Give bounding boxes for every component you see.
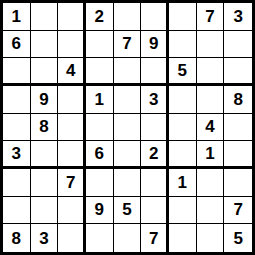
cell-r3c5[interactable] xyxy=(114,58,142,86)
cell-r8c2[interactable] xyxy=(31,197,59,225)
cell-r4c4[interactable]: 1 xyxy=(86,86,114,114)
cell-r2c4[interactable] xyxy=(86,31,114,59)
cell-r7c3[interactable]: 7 xyxy=(58,169,86,197)
cell-r4c6[interactable]: 3 xyxy=(141,86,169,114)
cell-r2c7[interactable] xyxy=(169,31,197,59)
cell-r5c7[interactable] xyxy=(169,114,197,142)
cell-r3c9[interactable] xyxy=(224,58,252,86)
cell-r8c5[interactable]: 5 xyxy=(114,197,142,225)
cell-r9c2[interactable]: 3 xyxy=(31,224,59,252)
cell-r4c3[interactable] xyxy=(58,86,86,114)
cell-r4c5[interactable] xyxy=(114,86,142,114)
cell-r7c6[interactable] xyxy=(141,169,169,197)
cell-r5c9[interactable] xyxy=(224,114,252,142)
cell-r6c4[interactable]: 6 xyxy=(86,141,114,169)
cell-r4c9[interactable]: 8 xyxy=(224,86,252,114)
cell-r9c1[interactable]: 8 xyxy=(3,224,31,252)
cell-r9c6[interactable]: 7 xyxy=(141,224,169,252)
cell-r8c3[interactable] xyxy=(58,197,86,225)
cell-r1c5[interactable] xyxy=(114,3,142,31)
cell-r7c9[interactable] xyxy=(224,169,252,197)
cell-r1c4[interactable]: 2 xyxy=(86,3,114,31)
cell-r4c2[interactable]: 9 xyxy=(31,86,59,114)
cell-r3c6[interactable] xyxy=(141,58,169,86)
cell-r9c9[interactable]: 5 xyxy=(224,224,252,252)
cell-r8c6[interactable] xyxy=(141,197,169,225)
cell-r1c2[interactable] xyxy=(31,3,59,31)
cell-r9c8[interactable] xyxy=(197,224,225,252)
cell-r8c9[interactable]: 7 xyxy=(224,197,252,225)
cell-r6c8[interactable]: 1 xyxy=(197,141,225,169)
cell-r3c2[interactable] xyxy=(31,58,59,86)
cell-r2c3[interactable] xyxy=(58,31,86,59)
cell-r1c3[interactable] xyxy=(58,3,86,31)
cell-r3c3[interactable]: 4 xyxy=(58,58,86,86)
cell-r7c5[interactable] xyxy=(114,169,142,197)
cell-r7c7[interactable]: 1 xyxy=(169,169,197,197)
cell-r5c3[interactable] xyxy=(58,114,86,142)
cell-r8c1[interactable] xyxy=(3,197,31,225)
cell-r8c8[interactable] xyxy=(197,197,225,225)
cell-r5c6[interactable] xyxy=(141,114,169,142)
cell-r2c8[interactable] xyxy=(197,31,225,59)
cell-r5c4[interactable] xyxy=(86,114,114,142)
cell-r8c7[interactable] xyxy=(169,197,197,225)
cell-r7c1[interactable] xyxy=(3,169,31,197)
cell-r9c5[interactable] xyxy=(114,224,142,252)
sudoku-board: 1273679459138843621719578375 xyxy=(0,0,255,255)
cell-r4c1[interactable] xyxy=(3,86,31,114)
cell-r3c7[interactable]: 5 xyxy=(169,58,197,86)
cell-r1c8[interactable]: 7 xyxy=(197,3,225,31)
cell-r9c3[interactable] xyxy=(58,224,86,252)
cell-r2c1[interactable]: 6 xyxy=(3,31,31,59)
cell-r3c8[interactable] xyxy=(197,58,225,86)
cell-r2c9[interactable] xyxy=(224,31,252,59)
cell-r5c1[interactable] xyxy=(3,114,31,142)
cell-r7c8[interactable] xyxy=(197,169,225,197)
cell-r2c2[interactable] xyxy=(31,31,59,59)
cell-r5c8[interactable]: 4 xyxy=(197,114,225,142)
cell-r3c4[interactable] xyxy=(86,58,114,86)
cell-r8c4[interactable]: 9 xyxy=(86,197,114,225)
cell-r6c9[interactable] xyxy=(224,141,252,169)
cell-r1c6[interactable] xyxy=(141,3,169,31)
cell-r1c9[interactable]: 3 xyxy=(224,3,252,31)
cell-r1c7[interactable] xyxy=(169,3,197,31)
cell-r1c1[interactable]: 1 xyxy=(3,3,31,31)
cell-r2c6[interactable]: 9 xyxy=(141,31,169,59)
cell-r6c3[interactable] xyxy=(58,141,86,169)
cell-r5c5[interactable] xyxy=(114,114,142,142)
cell-r6c5[interactable] xyxy=(114,141,142,169)
cell-r6c6[interactable]: 2 xyxy=(141,141,169,169)
cell-r9c7[interactable] xyxy=(169,224,197,252)
cell-r9c4[interactable] xyxy=(86,224,114,252)
cell-r7c4[interactable] xyxy=(86,169,114,197)
cell-r2c5[interactable]: 7 xyxy=(114,31,142,59)
cell-r3c1[interactable] xyxy=(3,58,31,86)
cell-r5c2[interactable]: 8 xyxy=(31,114,59,142)
cell-r4c7[interactable] xyxy=(169,86,197,114)
cell-r7c2[interactable] xyxy=(31,169,59,197)
cell-r6c2[interactable] xyxy=(31,141,59,169)
cell-r6c1[interactable]: 3 xyxy=(3,141,31,169)
cell-r4c8[interactable] xyxy=(197,86,225,114)
cell-r6c7[interactable] xyxy=(169,141,197,169)
